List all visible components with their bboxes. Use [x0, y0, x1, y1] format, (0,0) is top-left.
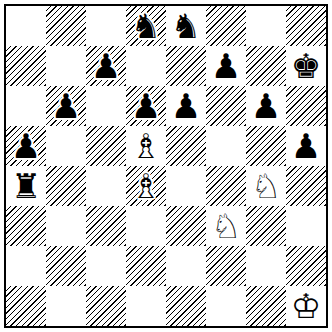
black-pawn-e6[interactable]: ♟: [166, 86, 206, 126]
square-d7[interactable]: [126, 46, 166, 86]
square-e5[interactable]: [166, 126, 206, 166]
pawn-icon: ♟: [91, 46, 121, 86]
square-h1[interactable]: ♚♔: [286, 286, 326, 326]
chess-diagram: ♞♞♟♟♚♟♟♟♟♟♝♗♟♜♝♗♞♘♞♘♚♔: [4, 4, 328, 328]
bishop-icon: ♝: [131, 126, 161, 166]
square-f2[interactable]: [206, 246, 246, 286]
square-f5[interactable]: [206, 126, 246, 166]
square-b2[interactable]: [46, 246, 86, 286]
black-pawn-c7[interactable]: ♟: [86, 46, 126, 86]
square-e8[interactable]: ♞: [166, 6, 206, 46]
square-c7[interactable]: ♟: [86, 46, 126, 86]
black-pawn-h5[interactable]: ♟: [286, 126, 326, 166]
square-f1[interactable]: [206, 286, 246, 326]
pawn-icon: ♟: [51, 86, 81, 126]
square-a1[interactable]: [6, 286, 46, 326]
square-g5[interactable]: [246, 126, 286, 166]
black-knight-e8[interactable]: ♞: [166, 6, 206, 46]
square-b3[interactable]: [46, 206, 86, 246]
pawn-icon: ♟: [291, 126, 321, 166]
black-pawn-g6[interactable]: ♟: [246, 86, 286, 126]
square-g8[interactable]: [246, 6, 286, 46]
pawn-icon: ♟: [251, 86, 281, 126]
knight-icon: ♞: [211, 206, 241, 246]
square-a3[interactable]: [6, 206, 46, 246]
black-pawn-f7[interactable]: ♟: [206, 46, 246, 86]
square-d4[interactable]: ♝♗: [126, 166, 166, 206]
square-d8[interactable]: ♞: [126, 6, 166, 46]
square-b4[interactable]: [46, 166, 86, 206]
black-pawn-d6[interactable]: ♟: [126, 86, 166, 126]
square-h8[interactable]: [286, 6, 326, 46]
pawn-icon: ♟: [211, 46, 241, 86]
square-a2[interactable]: [6, 246, 46, 286]
black-knight-d8[interactable]: ♞: [126, 6, 166, 46]
square-e4[interactable]: [166, 166, 206, 206]
square-c3[interactable]: [86, 206, 126, 246]
square-h4[interactable]: [286, 166, 326, 206]
square-c4[interactable]: [86, 166, 126, 206]
pawn-icon: ♟: [11, 126, 41, 166]
square-e6[interactable]: ♟: [166, 86, 206, 126]
square-b6[interactable]: ♟: [46, 86, 86, 126]
king-icon: ♚: [291, 46, 321, 86]
bishop-icon: ♝: [131, 166, 161, 206]
king-icon: ♚: [291, 286, 321, 326]
square-e2[interactable]: [166, 246, 206, 286]
square-c8[interactable]: [86, 6, 126, 46]
rook-icon: ♜: [11, 166, 41, 206]
square-c2[interactable]: [86, 246, 126, 286]
square-b5[interactable]: [46, 126, 86, 166]
knight-icon: ♞: [251, 166, 281, 206]
black-king-h7[interactable]: ♚: [286, 46, 326, 86]
square-g6[interactable]: ♟: [246, 86, 286, 126]
square-g4[interactable]: ♞♘: [246, 166, 286, 206]
square-f4[interactable]: [206, 166, 246, 206]
black-pawn-a5[interactable]: ♟: [6, 126, 46, 166]
knight-icon: ♞: [171, 6, 201, 46]
square-h3[interactable]: [286, 206, 326, 246]
square-d6[interactable]: ♟: [126, 86, 166, 126]
square-g3[interactable]: [246, 206, 286, 246]
black-pawn-b6[interactable]: ♟: [46, 86, 86, 126]
chess-board: ♞♞♟♟♚♟♟♟♟♟♝♗♟♜♝♗♞♘♞♘♚♔: [6, 6, 326, 326]
square-b1[interactable]: [46, 286, 86, 326]
square-b7[interactable]: [46, 46, 86, 86]
square-h2[interactable]: [286, 246, 326, 286]
black-rook-a4[interactable]: ♜: [6, 166, 46, 206]
square-a8[interactable]: [6, 6, 46, 46]
pawn-icon: ♟: [171, 86, 201, 126]
square-c6[interactable]: [86, 86, 126, 126]
square-e3[interactable]: [166, 206, 206, 246]
square-e7[interactable]: [166, 46, 206, 86]
square-c5[interactable]: [86, 126, 126, 166]
square-g7[interactable]: [246, 46, 286, 86]
square-h7[interactable]: ♚: [286, 46, 326, 86]
white-bishop-d5[interactable]: ♝♗: [126, 126, 166, 166]
square-f8[interactable]: [206, 6, 246, 46]
square-a4[interactable]: ♜: [6, 166, 46, 206]
square-d1[interactable]: [126, 286, 166, 326]
square-f7[interactable]: ♟: [206, 46, 246, 86]
square-c1[interactable]: [86, 286, 126, 326]
white-king-h1[interactable]: ♚♔: [286, 286, 326, 326]
square-e1[interactable]: [166, 286, 206, 326]
pawn-icon: ♟: [131, 86, 161, 126]
white-knight-g4[interactable]: ♞♘: [246, 166, 286, 206]
white-bishop-d4[interactable]: ♝♗: [126, 166, 166, 206]
square-f3[interactable]: ♞♘: [206, 206, 246, 246]
square-a7[interactable]: [6, 46, 46, 86]
square-f6[interactable]: [206, 86, 246, 126]
square-d3[interactable]: [126, 206, 166, 246]
square-h6[interactable]: [286, 86, 326, 126]
square-g1[interactable]: [246, 286, 286, 326]
square-h5[interactable]: ♟: [286, 126, 326, 166]
square-b8[interactable]: [46, 6, 86, 46]
square-a5[interactable]: ♟: [6, 126, 46, 166]
square-d2[interactable]: [126, 246, 166, 286]
knight-icon: ♞: [131, 6, 161, 46]
white-knight-f3[interactable]: ♞♘: [206, 206, 246, 246]
square-d5[interactable]: ♝♗: [126, 126, 166, 166]
square-g2[interactable]: [246, 246, 286, 286]
square-a6[interactable]: [6, 86, 46, 126]
